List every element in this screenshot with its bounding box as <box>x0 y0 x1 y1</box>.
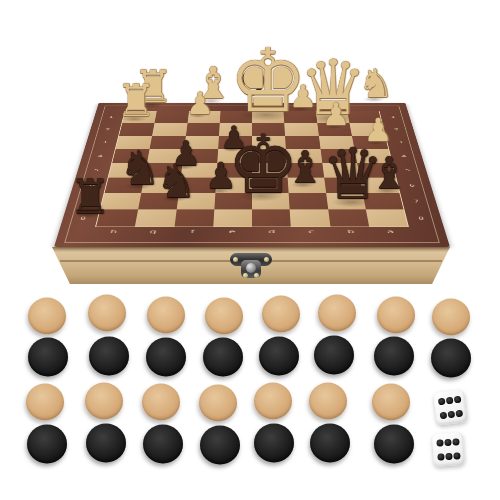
checker-disc-dark[interactable] <box>310 424 350 463</box>
die-2-showing-6[interactable] <box>432 432 465 467</box>
checker-disc-dark[interactable] <box>200 426 240 465</box>
die-pip <box>439 411 447 419</box>
die-pip <box>447 410 455 418</box>
file-label-b: b <box>331 228 372 236</box>
checker-disc-light[interactable] <box>432 299 470 336</box>
die-pip <box>436 440 443 447</box>
rank-label-4: 4 <box>87 149 113 163</box>
file-label-a: a <box>370 228 411 236</box>
square-g8[interactable] <box>135 209 176 226</box>
checker-disc-light[interactable] <box>377 297 415 334</box>
file-label-h: h <box>93 228 134 236</box>
checker-disc-light[interactable] <box>28 298 66 335</box>
die-pip <box>437 398 445 406</box>
file-labels: hgfedcba <box>93 228 411 236</box>
clasp-knob <box>246 263 256 273</box>
clasp-screw <box>254 273 259 278</box>
die-pip <box>454 396 462 404</box>
checker-disc-light[interactable] <box>26 384 64 421</box>
checker-disc-light[interactable] <box>142 384 180 421</box>
checker-disc-dark[interactable] <box>431 339 471 378</box>
checker-disc-dark[interactable] <box>86 424 126 463</box>
chess-board-scene: hgfedcba 12345678 12345678 ♞♝♜♟♚♟♛♜♟♟♟♟♝… <box>0 0 500 500</box>
clasp-screw <box>243 273 248 278</box>
checker-disc-dark[interactable] <box>374 425 414 464</box>
checker-disc-dark[interactable] <box>203 338 243 377</box>
die-pip <box>437 453 444 460</box>
checker-disc-dark[interactable] <box>374 337 414 376</box>
clasp-screw <box>233 257 238 262</box>
light-pawn-f2[interactable]: ♟ <box>186 88 214 119</box>
file-label-d: d <box>252 228 292 236</box>
square-e8[interactable] <box>213 209 252 226</box>
dark-knight-f7[interactable]: ♞ <box>155 158 196 204</box>
product-photo: hgfedcba 12345678 12345678 ♞♝♜♟♚♟♛♜♟♟♟♟♝… <box>0 0 500 500</box>
checker-disc-light[interactable] <box>85 383 123 420</box>
checker-disc-dark[interactable] <box>89 337 129 376</box>
checker-disc-dark[interactable] <box>146 338 186 377</box>
checker-disc-light[interactable] <box>254 383 292 420</box>
checker-disc-light[interactable] <box>318 295 356 332</box>
die-pip <box>444 439 451 446</box>
checker-disc-dark[interactable] <box>254 424 294 463</box>
checker-disc-dark[interactable] <box>28 338 68 377</box>
square-f8[interactable] <box>174 209 214 226</box>
checker-disc-dark[interactable] <box>27 425 67 464</box>
file-label-f: f <box>172 228 212 236</box>
die-1-showing-6[interactable] <box>433 389 468 426</box>
file-label-e: e <box>212 228 252 236</box>
checker-disc-dark[interactable] <box>143 425 183 464</box>
file-label-c: c <box>291 228 331 236</box>
checker-disc-light[interactable] <box>88 295 126 332</box>
die-pip <box>454 452 461 459</box>
checker-disc-dark[interactable] <box>259 337 299 376</box>
dark-queen-b7[interactable]: ♛ <box>322 139 385 209</box>
checker-disc-light[interactable] <box>205 298 243 335</box>
dark-rook-h7[interactable]: ♜ <box>69 173 111 220</box>
rank-label-3: 3 <box>91 136 116 149</box>
dark-king-d6[interactable]: ♚ <box>227 125 299 205</box>
checker-disc-light[interactable] <box>309 383 347 420</box>
checker-disc-light[interactable] <box>199 385 237 422</box>
file-label-g: g <box>133 228 174 236</box>
checker-disc-dark[interactable] <box>314 336 354 375</box>
box-side <box>52 247 450 284</box>
light-pawn-b3[interactable]: ♟ <box>322 99 350 130</box>
clasp-screw <box>264 257 269 262</box>
square-d8[interactable] <box>252 209 291 226</box>
checker-disc-light[interactable] <box>262 296 300 333</box>
die-pip <box>445 452 452 459</box>
rank-label-8: 8 <box>406 210 436 227</box>
clasp-latch <box>230 251 272 281</box>
light-rook-h3[interactable]: ♜ <box>116 78 156 123</box>
checker-disc-light[interactable] <box>372 384 410 421</box>
checker-disc-light[interactable] <box>147 297 185 334</box>
die-pip <box>456 409 464 417</box>
light-king-d2[interactable]: ♚ <box>229 37 308 125</box>
die-pip <box>446 397 454 405</box>
die-pip <box>453 438 460 445</box>
